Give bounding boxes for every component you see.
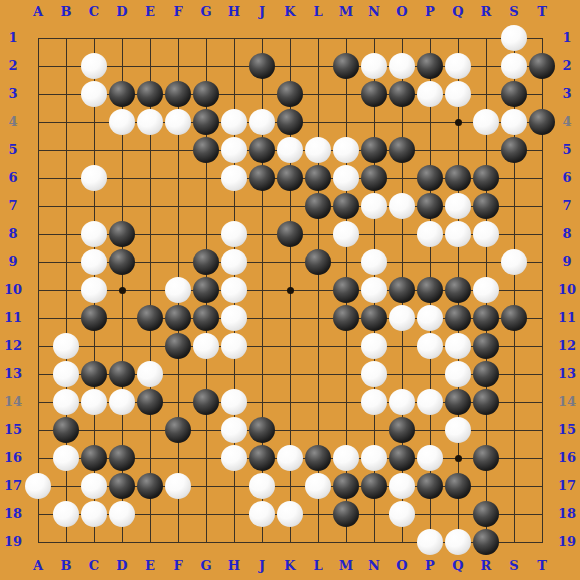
stone-black-S11[interactable] bbox=[501, 305, 527, 331]
stone-black-P17[interactable] bbox=[417, 473, 443, 499]
stone-white-H5[interactable] bbox=[221, 137, 247, 163]
col-label-top-Q: Q bbox=[446, 5, 470, 19]
stone-black-G9[interactable] bbox=[193, 249, 219, 275]
stone-white-O11[interactable] bbox=[389, 305, 415, 331]
stone-black-Q17[interactable] bbox=[445, 473, 471, 499]
col-label-bottom-E: E bbox=[138, 559, 162, 573]
stone-black-N17[interactable] bbox=[361, 473, 387, 499]
stone-white-O7[interactable] bbox=[389, 193, 415, 219]
stone-white-R4[interactable] bbox=[473, 109, 499, 135]
row-label-right-6: 6 bbox=[555, 171, 579, 185]
stone-black-G5[interactable] bbox=[193, 137, 219, 163]
row-label-left-5: 5 bbox=[1, 143, 25, 157]
stone-black-K8[interactable] bbox=[277, 221, 303, 247]
stone-black-O16[interactable] bbox=[389, 445, 415, 471]
stone-black-G11[interactable] bbox=[193, 305, 219, 331]
stone-white-Q12[interactable] bbox=[445, 333, 471, 359]
col-label-top-T: T bbox=[530, 5, 554, 19]
col-label-top-L: L bbox=[306, 5, 330, 19]
stone-black-O5[interactable] bbox=[389, 137, 415, 163]
col-label-bottom-H: H bbox=[222, 559, 246, 573]
stone-white-K5[interactable] bbox=[277, 137, 303, 163]
stone-black-Q10[interactable] bbox=[445, 277, 471, 303]
stone-white-C3[interactable] bbox=[81, 81, 107, 107]
col-label-bottom-N: N bbox=[362, 559, 386, 573]
row-label-right-13: 13 bbox=[555, 367, 579, 381]
stone-black-G10[interactable] bbox=[193, 277, 219, 303]
row-label-left-3: 3 bbox=[1, 87, 25, 101]
stone-black-N3[interactable] bbox=[361, 81, 387, 107]
stone-white-P14[interactable] bbox=[417, 389, 443, 415]
row-label-right-2: 2 bbox=[555, 59, 579, 73]
stone-white-B18[interactable] bbox=[53, 501, 79, 527]
col-label-top-M: M bbox=[334, 5, 358, 19]
row-label-left-15: 15 bbox=[1, 423, 25, 437]
stone-white-S4[interactable] bbox=[501, 109, 527, 135]
row-label-left-19: 19 bbox=[1, 535, 25, 549]
stone-black-D8[interactable] bbox=[109, 221, 135, 247]
col-label-bottom-Q: Q bbox=[446, 559, 470, 573]
col-label-top-H: H bbox=[222, 5, 246, 19]
col-label-top-B: B bbox=[54, 5, 78, 19]
stone-white-C9[interactable] bbox=[81, 249, 107, 275]
stone-black-J15[interactable] bbox=[249, 417, 275, 443]
row-label-right-16: 16 bbox=[555, 451, 579, 465]
col-label-bottom-F: F bbox=[166, 559, 190, 573]
stone-white-Q2[interactable] bbox=[445, 53, 471, 79]
stone-white-Q13[interactable] bbox=[445, 361, 471, 387]
col-label-top-D: D bbox=[110, 5, 134, 19]
stone-white-J17[interactable] bbox=[249, 473, 275, 499]
stone-black-R13[interactable] bbox=[473, 361, 499, 387]
stone-white-A17[interactable] bbox=[25, 473, 51, 499]
stone-black-P10[interactable] bbox=[417, 277, 443, 303]
stone-white-R10[interactable] bbox=[473, 277, 499, 303]
stone-black-R11[interactable] bbox=[473, 305, 499, 331]
row-label-right-17: 17 bbox=[555, 479, 579, 493]
stone-white-L17[interactable] bbox=[305, 473, 331, 499]
hoshi-Q4 bbox=[455, 119, 462, 126]
col-label-bottom-A: A bbox=[26, 559, 50, 573]
col-label-bottom-B: B bbox=[54, 559, 78, 573]
stone-white-N9[interactable] bbox=[361, 249, 387, 275]
stone-white-H6[interactable] bbox=[221, 165, 247, 191]
stone-black-R18[interactable] bbox=[473, 501, 499, 527]
stone-white-N12[interactable] bbox=[361, 333, 387, 359]
stone-white-C10[interactable] bbox=[81, 277, 107, 303]
stone-black-M2[interactable] bbox=[333, 53, 359, 79]
row-label-right-4: 4 bbox=[555, 115, 579, 129]
stone-black-G14[interactable] bbox=[193, 389, 219, 415]
stone-black-K3[interactable] bbox=[277, 81, 303, 107]
stone-white-N13[interactable] bbox=[361, 361, 387, 387]
stone-black-C13[interactable] bbox=[81, 361, 107, 387]
col-label-top-G: G bbox=[194, 5, 218, 19]
stone-white-F10[interactable] bbox=[165, 277, 191, 303]
stone-white-P3[interactable] bbox=[417, 81, 443, 107]
row-label-left-14: 14 bbox=[1, 395, 25, 409]
col-label-top-N: N bbox=[362, 5, 386, 19]
stone-black-F3[interactable] bbox=[165, 81, 191, 107]
row-label-right-18: 18 bbox=[555, 507, 579, 521]
col-label-bottom-P: P bbox=[418, 559, 442, 573]
row-label-right-9: 9 bbox=[555, 255, 579, 269]
stone-black-K6[interactable] bbox=[277, 165, 303, 191]
stone-white-M16[interactable] bbox=[333, 445, 359, 471]
stone-black-N6[interactable] bbox=[361, 165, 387, 191]
hoshi-D10 bbox=[119, 287, 126, 294]
col-label-bottom-J: J bbox=[250, 559, 274, 573]
row-label-right-3: 3 bbox=[555, 87, 579, 101]
stone-white-P19[interactable] bbox=[417, 529, 443, 555]
stone-black-R6[interactable] bbox=[473, 165, 499, 191]
stone-black-P2[interactable] bbox=[417, 53, 443, 79]
stone-black-C16[interactable] bbox=[81, 445, 107, 471]
stone-black-M17[interactable] bbox=[333, 473, 359, 499]
col-label-bottom-C: C bbox=[82, 559, 106, 573]
row-label-right-11: 11 bbox=[555, 311, 579, 325]
row-label-left-7: 7 bbox=[1, 199, 25, 213]
row-label-right-19: 19 bbox=[555, 535, 579, 549]
stone-black-E11[interactable] bbox=[137, 305, 163, 331]
stone-black-D3[interactable] bbox=[109, 81, 135, 107]
stone-white-O14[interactable] bbox=[389, 389, 415, 415]
stone-black-M11[interactable] bbox=[333, 305, 359, 331]
hoshi-Q16 bbox=[455, 455, 462, 462]
stone-white-N2[interactable] bbox=[361, 53, 387, 79]
col-label-top-C: C bbox=[82, 5, 106, 19]
stone-white-H14[interactable] bbox=[221, 389, 247, 415]
stone-black-O3[interactable] bbox=[389, 81, 415, 107]
col-label-bottom-G: G bbox=[194, 559, 218, 573]
stone-white-N10[interactable] bbox=[361, 277, 387, 303]
stone-white-N16[interactable] bbox=[361, 445, 387, 471]
stone-white-P12[interactable] bbox=[417, 333, 443, 359]
stone-white-H4[interactable] bbox=[221, 109, 247, 135]
stone-white-J4[interactable] bbox=[249, 109, 275, 135]
stone-black-S5[interactable] bbox=[501, 137, 527, 163]
stone-black-L7[interactable] bbox=[305, 193, 331, 219]
stone-white-O2[interactable] bbox=[389, 53, 415, 79]
stone-black-R12[interactable] bbox=[473, 333, 499, 359]
col-label-top-E: E bbox=[138, 5, 162, 19]
stone-black-Q6[interactable] bbox=[445, 165, 471, 191]
stone-white-Q7[interactable] bbox=[445, 193, 471, 219]
stone-black-T2[interactable] bbox=[529, 53, 555, 79]
stone-white-O18[interactable] bbox=[389, 501, 415, 527]
stone-white-H11[interactable] bbox=[221, 305, 247, 331]
col-label-top-S: S bbox=[502, 5, 526, 19]
stone-white-G12[interactable] bbox=[193, 333, 219, 359]
stone-black-D17[interactable] bbox=[109, 473, 135, 499]
stone-white-Q19[interactable] bbox=[445, 529, 471, 555]
stone-white-E4[interactable] bbox=[137, 109, 163, 135]
stone-white-P8[interactable] bbox=[417, 221, 443, 247]
stone-white-C18[interactable] bbox=[81, 501, 107, 527]
stone-white-F17[interactable] bbox=[165, 473, 191, 499]
row-label-right-15: 15 bbox=[555, 423, 579, 437]
stone-white-H16[interactable] bbox=[221, 445, 247, 471]
stone-white-B16[interactable] bbox=[53, 445, 79, 471]
col-label-bottom-T: T bbox=[530, 559, 554, 573]
stone-black-T4[interactable] bbox=[529, 109, 555, 135]
stone-white-D4[interactable] bbox=[109, 109, 135, 135]
row-label-left-9: 9 bbox=[1, 255, 25, 269]
stone-white-N14[interactable] bbox=[361, 389, 387, 415]
stone-white-Q8[interactable] bbox=[445, 221, 471, 247]
col-label-bottom-S: S bbox=[502, 559, 526, 573]
stone-black-G4[interactable] bbox=[193, 109, 219, 135]
stone-white-K16[interactable] bbox=[277, 445, 303, 471]
stone-white-P16[interactable] bbox=[417, 445, 443, 471]
stone-white-F4[interactable] bbox=[165, 109, 191, 135]
stone-black-P6[interactable] bbox=[417, 165, 443, 191]
stone-black-J16[interactable] bbox=[249, 445, 275, 471]
stone-white-K18[interactable] bbox=[277, 501, 303, 527]
stone-black-F12[interactable] bbox=[165, 333, 191, 359]
row-label-left-16: 16 bbox=[1, 451, 25, 465]
col-label-bottom-K: K bbox=[278, 559, 302, 573]
col-label-top-K: K bbox=[278, 5, 302, 19]
row-label-right-5: 5 bbox=[555, 143, 579, 157]
stone-white-D18[interactable] bbox=[109, 501, 135, 527]
row-label-left-8: 8 bbox=[1, 227, 25, 241]
row-label-left-11: 11 bbox=[1, 311, 25, 325]
stone-black-G3[interactable] bbox=[193, 81, 219, 107]
stone-white-N7[interactable] bbox=[361, 193, 387, 219]
row-label-left-6: 6 bbox=[1, 171, 25, 185]
stone-black-K4[interactable] bbox=[277, 109, 303, 135]
stone-black-M10[interactable] bbox=[333, 277, 359, 303]
row-label-left-13: 13 bbox=[1, 367, 25, 381]
stone-white-R8[interactable] bbox=[473, 221, 499, 247]
stone-black-J6[interactable] bbox=[249, 165, 275, 191]
stone-white-C8[interactable] bbox=[81, 221, 107, 247]
row-label-right-7: 7 bbox=[555, 199, 579, 213]
col-label-top-F: F bbox=[166, 5, 190, 19]
col-label-top-P: P bbox=[418, 5, 442, 19]
stone-white-C6[interactable] bbox=[81, 165, 107, 191]
stone-black-F11[interactable] bbox=[165, 305, 191, 331]
row-label-left-1: 1 bbox=[1, 31, 25, 45]
row-label-right-14: 14 bbox=[555, 395, 579, 409]
stone-white-M5[interactable] bbox=[333, 137, 359, 163]
stone-white-M8[interactable] bbox=[333, 221, 359, 247]
stone-white-B13[interactable] bbox=[53, 361, 79, 387]
stone-black-O10[interactable] bbox=[389, 277, 415, 303]
stone-black-L16[interactable] bbox=[305, 445, 331, 471]
stone-white-S2[interactable] bbox=[501, 53, 527, 79]
stone-white-B14[interactable] bbox=[53, 389, 79, 415]
stone-black-L6[interactable] bbox=[305, 165, 331, 191]
stone-white-C2[interactable] bbox=[81, 53, 107, 79]
stone-black-R7[interactable] bbox=[473, 193, 499, 219]
stone-black-E3[interactable] bbox=[137, 81, 163, 107]
hoshi-K10 bbox=[287, 287, 294, 294]
stone-black-C11[interactable] bbox=[81, 305, 107, 331]
col-label-top-A: A bbox=[26, 5, 50, 19]
stone-white-H10[interactable] bbox=[221, 277, 247, 303]
stone-black-J2[interactable] bbox=[249, 53, 275, 79]
col-label-bottom-D: D bbox=[110, 559, 134, 573]
stone-black-P7[interactable] bbox=[417, 193, 443, 219]
stone-black-N11[interactable] bbox=[361, 305, 387, 331]
stone-black-O15[interactable] bbox=[389, 417, 415, 443]
stone-black-F15[interactable] bbox=[165, 417, 191, 443]
stone-black-J5[interactable] bbox=[249, 137, 275, 163]
stone-white-S9[interactable] bbox=[501, 249, 527, 275]
stone-black-D9[interactable] bbox=[109, 249, 135, 275]
stone-black-B15[interactable] bbox=[53, 417, 79, 443]
stone-black-R19[interactable] bbox=[473, 529, 499, 555]
stone-white-M6[interactable] bbox=[333, 165, 359, 191]
stone-white-S1[interactable] bbox=[501, 25, 527, 51]
row-label-right-8: 8 bbox=[555, 227, 579, 241]
stone-white-P11[interactable] bbox=[417, 305, 443, 331]
stone-black-D16[interactable] bbox=[109, 445, 135, 471]
stone-white-Q15[interactable] bbox=[445, 417, 471, 443]
stone-black-M7[interactable] bbox=[333, 193, 359, 219]
stone-black-S3[interactable] bbox=[501, 81, 527, 107]
stone-black-N5[interactable] bbox=[361, 137, 387, 163]
row-label-right-12: 12 bbox=[555, 339, 579, 353]
col-label-top-O: O bbox=[390, 5, 414, 19]
stone-white-H15[interactable] bbox=[221, 417, 247, 443]
stone-white-C17[interactable] bbox=[81, 473, 107, 499]
col-label-bottom-M: M bbox=[334, 559, 358, 573]
stone-black-Q11[interactable] bbox=[445, 305, 471, 331]
stone-white-E13[interactable] bbox=[137, 361, 163, 387]
stone-black-R14[interactable] bbox=[473, 389, 499, 415]
stone-black-E17[interactable] bbox=[137, 473, 163, 499]
row-label-left-12: 12 bbox=[1, 339, 25, 353]
stone-black-M18[interactable] bbox=[333, 501, 359, 527]
stone-white-H8[interactable] bbox=[221, 221, 247, 247]
stone-black-E14[interactable] bbox=[137, 389, 163, 415]
col-label-bottom-O: O bbox=[390, 559, 414, 573]
stone-black-Q14[interactable] bbox=[445, 389, 471, 415]
col-label-bottom-L: L bbox=[306, 559, 330, 573]
stone-black-D13[interactable] bbox=[109, 361, 135, 387]
stone-white-D14[interactable] bbox=[109, 389, 135, 415]
col-label-top-J: J bbox=[250, 5, 274, 19]
row-label-left-17: 17 bbox=[1, 479, 25, 493]
stone-white-J18[interactable] bbox=[249, 501, 275, 527]
row-label-right-1: 1 bbox=[555, 31, 579, 45]
stone-white-O17[interactable] bbox=[389, 473, 415, 499]
row-label-left-4: 4 bbox=[1, 115, 25, 129]
col-label-bottom-R: R bbox=[474, 559, 498, 573]
stone-black-L9[interactable] bbox=[305, 249, 331, 275]
row-label-left-2: 2 bbox=[1, 59, 25, 73]
stone-white-L5[interactable] bbox=[305, 137, 331, 163]
row-label-left-18: 18 bbox=[1, 507, 25, 521]
go-board[interactable]: AABBCCDDEEFFGGHHJJKKLLMMNNOOPPQQRRSSTT11… bbox=[0, 0, 580, 580]
row-label-right-10: 10 bbox=[555, 283, 579, 297]
stone-white-C14[interactable] bbox=[81, 389, 107, 415]
stone-white-H12[interactable] bbox=[221, 333, 247, 359]
stone-white-B12[interactable] bbox=[53, 333, 79, 359]
col-label-top-R: R bbox=[474, 5, 498, 19]
row-label-left-10: 10 bbox=[1, 283, 25, 297]
stone-white-Q3[interactable] bbox=[445, 81, 471, 107]
stone-black-R16[interactable] bbox=[473, 445, 499, 471]
stone-white-H9[interactable] bbox=[221, 249, 247, 275]
